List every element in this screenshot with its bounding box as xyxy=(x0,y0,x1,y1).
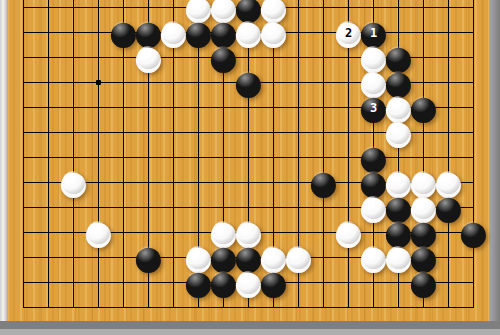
intersection-c17-r8[interactable] xyxy=(411,20,436,45)
intersection-c3-r12[interactable] xyxy=(61,120,86,145)
intersection-c7-r8[interactable]: ● xyxy=(161,20,186,45)
intersection-c19-r16[interactable]: ● xyxy=(461,220,486,245)
intersection-c3-r9[interactable] xyxy=(61,45,86,70)
intersection-c7-r11[interactable] xyxy=(161,95,186,120)
intersection-c2-r17[interactable] xyxy=(36,245,61,270)
white-stone: ● xyxy=(261,20,286,45)
stone-sheen xyxy=(262,21,285,44)
intersection-c11-r8[interactable]: ● xyxy=(261,20,286,45)
intersection-c7-r18[interactable] xyxy=(161,270,186,295)
intersection-c6-r15[interactable] xyxy=(136,195,161,220)
intersection-c14-r12[interactable] xyxy=(336,120,361,145)
intersection-c6-r9[interactable]: ● xyxy=(136,45,161,70)
white-stone: ● xyxy=(236,270,261,295)
intersection-c8-r8[interactable]: ● xyxy=(186,20,211,45)
intersection-c1-r15[interactable] xyxy=(11,195,36,220)
intersection-c14-r10[interactable] xyxy=(336,70,361,95)
black-stone: ● xyxy=(111,20,136,45)
intersection-c19-r18[interactable] xyxy=(461,270,486,295)
intersection-c6-r14[interactable] xyxy=(136,170,161,195)
intersection-c5-r10[interactable] xyxy=(111,70,136,95)
intersection-c5-r15[interactable] xyxy=(111,195,136,220)
stone-sheen xyxy=(387,246,410,269)
bottom-edge-shadow xyxy=(0,321,500,329)
stone-sheen xyxy=(462,221,485,244)
stone-sheen xyxy=(387,121,410,144)
intersection-c3-r19[interactable] xyxy=(61,295,86,320)
stone-sheen xyxy=(237,71,260,94)
black-stone: ● xyxy=(311,170,336,195)
stone-sheen xyxy=(412,96,435,119)
intersection-c3-r7[interactable] xyxy=(61,0,86,20)
intersection-c12-r7[interactable] xyxy=(286,0,311,20)
intersection-c6-r11[interactable] xyxy=(136,95,161,120)
intersection-c4-r14[interactable] xyxy=(86,170,111,195)
white-stone: ● xyxy=(336,220,361,245)
black-stone: ● xyxy=(411,270,436,295)
intersection-c11-r11[interactable] xyxy=(261,95,286,120)
intersection-c8-r10[interactable] xyxy=(186,70,211,95)
stone-sheen xyxy=(112,21,135,44)
white-stone: ● xyxy=(286,245,311,270)
intersection-c9-r13[interactable] xyxy=(211,145,236,170)
intersection-c18-r18[interactable] xyxy=(436,270,461,295)
intersection-c19-r9[interactable] xyxy=(461,45,486,70)
intersection-c19-r12[interactable] xyxy=(461,120,486,145)
intersection-c8-r15[interactable] xyxy=(186,195,211,220)
intersection-c6-r19[interactable] xyxy=(136,295,161,320)
stone-sheen xyxy=(312,171,335,194)
stone-sheen xyxy=(212,271,235,294)
intersection-c12-r9[interactable] xyxy=(286,45,311,70)
intersection-c15-r11[interactable]: ●3 xyxy=(361,95,386,120)
stone-sheen xyxy=(137,46,160,69)
intersection-c4-r10[interactable] xyxy=(86,70,111,95)
intersection-c5-r18[interactable] xyxy=(111,270,136,295)
stone-sheen xyxy=(237,271,260,294)
intersection-c18-r19[interactable] xyxy=(436,295,461,320)
bottom-edge-highlight xyxy=(0,329,500,335)
white-stone: ● xyxy=(361,195,386,220)
intersection-c11-r15[interactable] xyxy=(261,195,286,220)
move-number-label-3: 3 xyxy=(361,95,386,120)
intersection-c13-r19[interactable] xyxy=(311,295,336,320)
intersection-c9-r9[interactable]: ● xyxy=(211,45,236,70)
intersection-c12-r17[interactable]: ● xyxy=(286,245,311,270)
intersection-c1-r9[interactable] xyxy=(11,45,36,70)
intersection-c5-r13[interactable] xyxy=(111,145,136,170)
intersection-c15-r19[interactable] xyxy=(361,295,386,320)
right-edge-strip xyxy=(489,0,500,321)
intersection-c16-r17[interactable]: ● xyxy=(386,245,411,270)
intersection-c7-r16[interactable] xyxy=(161,220,186,245)
intersection-c7-r15[interactable] xyxy=(161,195,186,220)
white-stone: ● xyxy=(61,170,86,195)
intersection-c19-r13[interactable] xyxy=(461,145,486,170)
intersection-c18-r10[interactable] xyxy=(436,70,461,95)
intersection-c10-r12[interactable] xyxy=(236,120,261,145)
intersection-c9-r12[interactable] xyxy=(211,120,236,145)
intersection-c8-r18[interactable]: ● xyxy=(186,270,211,295)
intersection-c19-r14[interactable] xyxy=(461,170,486,195)
intersection-c4-r13[interactable] xyxy=(86,145,111,170)
intersection-c2-r19[interactable] xyxy=(36,295,61,320)
intersection-c12-r19[interactable] xyxy=(286,295,311,320)
black-stone: ● xyxy=(436,195,461,220)
intersection-c3-r10[interactable] xyxy=(61,70,86,95)
go-board-grid: ●●●●●●●●●●●●2●1●●●●●●●●3●●●●●●●●●●●●●●●●… xyxy=(11,0,486,320)
intersection-c16-r12[interactable]: ● xyxy=(386,120,411,145)
intersection-c11-r10[interactable] xyxy=(261,70,286,95)
intersection-c13-r11[interactable] xyxy=(311,95,336,120)
intersection-c1-r18[interactable] xyxy=(11,270,36,295)
white-stone: ● xyxy=(161,20,186,45)
move-number-label-2: 2 xyxy=(336,20,361,45)
black-stone: ● xyxy=(211,45,236,70)
intersection-c3-r14[interactable]: ● xyxy=(61,170,86,195)
intersection-c12-r10[interactable] xyxy=(286,70,311,95)
star-point xyxy=(96,80,101,85)
intersection-c11-r18[interactable]: ● xyxy=(261,270,286,295)
intersection-c8-r14[interactable] xyxy=(186,170,211,195)
black-stone: ● xyxy=(211,270,236,295)
intersection-c4-r16[interactable]: ● xyxy=(86,220,111,245)
intersection-c5-r8[interactable]: ● xyxy=(111,20,136,45)
stone-sheen xyxy=(237,21,260,44)
stone-sheen xyxy=(362,246,385,269)
stone-sheen xyxy=(412,271,435,294)
intersection-c15-r17[interactable]: ● xyxy=(361,245,386,270)
stone-sheen xyxy=(212,46,235,69)
intersection-c18-r9[interactable] xyxy=(436,45,461,70)
intersection-c1-r17[interactable] xyxy=(11,245,36,270)
intersection-c8-r13[interactable] xyxy=(186,145,211,170)
intersection-c12-r8[interactable] xyxy=(286,20,311,45)
intersection-c7-r13[interactable] xyxy=(161,145,186,170)
intersection-c13-r10[interactable] xyxy=(311,70,336,95)
intersection-c7-r10[interactable] xyxy=(161,70,186,95)
intersection-c4-r11[interactable] xyxy=(86,95,111,120)
intersection-c18-r11[interactable] xyxy=(436,95,461,120)
intersection-c15-r8[interactable]: ●1 xyxy=(361,20,386,45)
intersection-c18-r8[interactable] xyxy=(436,20,461,45)
intersection-c7-r12[interactable] xyxy=(161,120,186,145)
intersection-c3-r18[interactable] xyxy=(61,270,86,295)
stone-sheen xyxy=(437,196,460,219)
intersection-c5-r11[interactable] xyxy=(111,95,136,120)
intersection-c9-r18[interactable]: ● xyxy=(211,270,236,295)
intersection-c18-r7[interactable] xyxy=(436,0,461,20)
intersection-c4-r18[interactable] xyxy=(86,270,111,295)
intersection-c11-r12[interactable] xyxy=(261,120,286,145)
intersection-c6-r12[interactable] xyxy=(136,120,161,145)
intersection-c7-r17[interactable] xyxy=(161,245,186,270)
black-stone: ● xyxy=(411,95,436,120)
white-stone: ● xyxy=(136,45,161,70)
black-stone: ● xyxy=(186,20,211,45)
intersection-c19-r7[interactable] xyxy=(461,0,486,20)
intersection-c11-r13[interactable] xyxy=(261,145,286,170)
intersection-c12-r14[interactable] xyxy=(286,170,311,195)
intersection-c5-r16[interactable] xyxy=(111,220,136,245)
intersection-c15-r15[interactable]: ● xyxy=(361,195,386,220)
white-stone: ● xyxy=(386,245,411,270)
intersection-c11-r14[interactable] xyxy=(261,170,286,195)
intersection-c16-r7[interactable] xyxy=(386,0,411,20)
intersection-c14-r16[interactable]: ● xyxy=(336,220,361,245)
intersection-c18-r12[interactable] xyxy=(436,120,461,145)
intersection-c4-r8[interactable] xyxy=(86,20,111,45)
intersection-c5-r17[interactable] xyxy=(111,245,136,270)
intersection-c2-r16[interactable] xyxy=(36,220,61,245)
intersection-c7-r19[interactable] xyxy=(161,295,186,320)
intersection-c12-r11[interactable] xyxy=(286,95,311,120)
stone-sheen xyxy=(187,21,210,44)
stone-sheen xyxy=(162,21,185,44)
intersection-c17-r7[interactable] xyxy=(411,0,436,20)
intersection-c2-r11[interactable] xyxy=(36,95,61,120)
intersection-c4-r19[interactable] xyxy=(86,295,111,320)
intersection-c14-r11[interactable] xyxy=(336,95,361,120)
intersection-c4-r12[interactable] xyxy=(86,120,111,145)
intersection-c12-r13[interactable] xyxy=(286,145,311,170)
black-stone: ● xyxy=(261,270,286,295)
stone-sheen xyxy=(262,271,285,294)
stone-sheen xyxy=(87,221,110,244)
intersection-c14-r13[interactable] xyxy=(336,145,361,170)
intersection-c3-r8[interactable] xyxy=(61,20,86,45)
intersection-c9-r14[interactable] xyxy=(211,170,236,195)
intersection-c19-r19[interactable] xyxy=(461,295,486,320)
intersection-c14-r8[interactable]: ●2 xyxy=(336,20,361,45)
intersection-c18-r15[interactable]: ● xyxy=(436,195,461,220)
stone-sheen xyxy=(62,171,85,194)
intersection-c14-r19[interactable] xyxy=(336,295,361,320)
intersection-c10-r13[interactable] xyxy=(236,145,261,170)
black-stone: ● xyxy=(461,220,486,245)
stone-sheen xyxy=(287,246,310,269)
intersection-c6-r13[interactable] xyxy=(136,145,161,170)
black-stone: ● xyxy=(186,270,211,295)
white-stone: ● xyxy=(236,20,261,45)
intersection-c2-r12[interactable] xyxy=(36,120,61,145)
intersection-c1-r12[interactable] xyxy=(11,120,36,145)
intersection-c2-r7[interactable] xyxy=(36,0,61,20)
left-edge-strip xyxy=(0,0,7,321)
intersection-c2-r18[interactable] xyxy=(36,270,61,295)
black-stone: ● xyxy=(236,70,261,95)
intersection-c1-r14[interactable] xyxy=(11,170,36,195)
intersection-c13-r17[interactable] xyxy=(311,245,336,270)
intersection-c2-r10[interactable] xyxy=(36,70,61,95)
stone-sheen xyxy=(337,221,360,244)
intersection-c13-r16[interactable] xyxy=(311,220,336,245)
intersection-c17-r9[interactable] xyxy=(411,45,436,70)
intersection-c14-r18[interactable] xyxy=(336,270,361,295)
white-stone: ● xyxy=(361,245,386,270)
intersection-c17-r18[interactable]: ● xyxy=(411,270,436,295)
intersection-c9-r11[interactable] xyxy=(211,95,236,120)
stone-sheen xyxy=(137,246,160,269)
intersection-c2-r9[interactable] xyxy=(36,45,61,70)
intersection-c13-r7[interactable] xyxy=(311,0,336,20)
intersection-c12-r12[interactable] xyxy=(286,120,311,145)
intersection-c14-r14[interactable] xyxy=(336,170,361,195)
go-board-screenshot: ●●●●●●●●●●●●2●1●●●●●●●●3●●●●●●●●●●●●●●●●… xyxy=(0,0,500,335)
move-number-label-1: 1 xyxy=(361,20,386,45)
intersection-c8-r11[interactable] xyxy=(186,95,211,120)
intersection-c7-r14[interactable] xyxy=(161,170,186,195)
stone-sheen xyxy=(187,271,210,294)
intersection-c5-r14[interactable] xyxy=(111,170,136,195)
intersection-c1-r10[interactable] xyxy=(11,70,36,95)
intersection-c1-r11[interactable] xyxy=(11,95,36,120)
intersection-c2-r8[interactable] xyxy=(36,20,61,45)
intersection-c17-r11[interactable]: ● xyxy=(411,95,436,120)
intersection-c13-r14[interactable]: ● xyxy=(311,170,336,195)
intersection-c5-r19[interactable] xyxy=(111,295,136,320)
intersection-c1-r7[interactable] xyxy=(11,0,36,20)
intersection-c8-r12[interactable] xyxy=(186,120,211,145)
stone-sheen xyxy=(362,196,385,219)
intersection-c10-r10[interactable]: ● xyxy=(236,70,261,95)
white-stone: ● xyxy=(86,220,111,245)
intersection-c19-r10[interactable] xyxy=(461,70,486,95)
intersection-c13-r9[interactable] xyxy=(311,45,336,70)
intersection-c13-r8[interactable] xyxy=(311,20,336,45)
intersection-c10-r18[interactable]: ● xyxy=(236,270,261,295)
intersection-c2-r15[interactable] xyxy=(36,195,61,220)
intersection-c19-r11[interactable] xyxy=(461,95,486,120)
intersection-c13-r12[interactable] xyxy=(311,120,336,145)
intersection-c13-r18[interactable] xyxy=(311,270,336,295)
intersection-c3-r11[interactable] xyxy=(61,95,86,120)
intersection-c6-r17[interactable]: ● xyxy=(136,245,161,270)
intersection-c19-r8[interactable] xyxy=(461,20,486,45)
white-stone: ● xyxy=(386,120,411,145)
intersection-c3-r16[interactable] xyxy=(61,220,86,245)
black-stone: ● xyxy=(136,245,161,270)
intersection-c16-r19[interactable] xyxy=(386,295,411,320)
intersection-c1-r13[interactable] xyxy=(11,145,36,170)
intersection-c1-r19[interactable] xyxy=(11,295,36,320)
intersection-c10-r14[interactable] xyxy=(236,170,261,195)
intersection-c12-r15[interactable] xyxy=(286,195,311,220)
intersection-c5-r12[interactable] xyxy=(111,120,136,145)
intersection-c1-r8[interactable] xyxy=(11,20,36,45)
intersection-c2-r14[interactable] xyxy=(36,170,61,195)
intersection-c4-r9[interactable] xyxy=(86,45,111,70)
intersection-c1-r16[interactable] xyxy=(11,220,36,245)
intersection-c2-r13[interactable] xyxy=(36,145,61,170)
intersection-c18-r17[interactable] xyxy=(436,245,461,270)
intersection-c3-r17[interactable] xyxy=(61,245,86,270)
intersection-c4-r7[interactable] xyxy=(86,0,111,20)
intersection-c10-r8[interactable]: ● xyxy=(236,20,261,45)
